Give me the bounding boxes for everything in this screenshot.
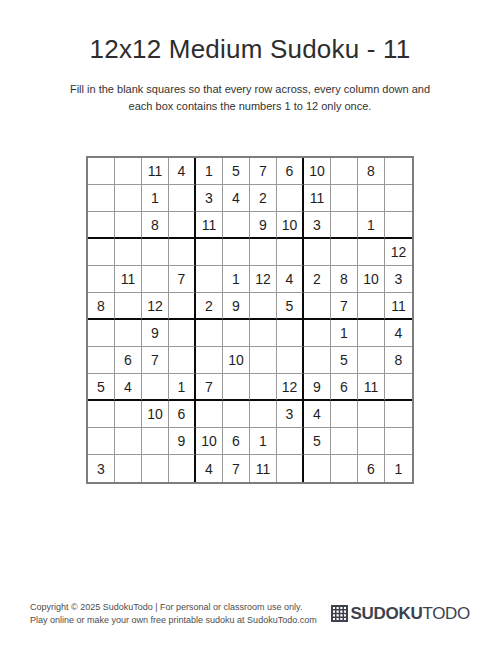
- cell-r1c11-given: 8: [358, 158, 385, 185]
- cell-r5c12-given: 3: [385, 266, 412, 293]
- worksheet-page: 12x12 Medium Sudoku - 11 Fill in the bla…: [0, 0, 500, 647]
- sudokutodo-logo: SUDOKUTODO: [331, 604, 470, 624]
- cell-r12c3-blank: [142, 455, 169, 482]
- cell-r8c11-blank: [358, 347, 385, 374]
- cell-r5c7-given: 12: [250, 266, 277, 293]
- cell-r7c8-blank: [277, 320, 304, 347]
- cell-r5c4-given: 7: [169, 266, 196, 293]
- copyright-line1: Copyright © 2025 SudokuTodo | For person…: [30, 601, 317, 614]
- cell-r11c10-blank: [331, 428, 358, 455]
- cell-r7c7-blank: [250, 320, 277, 347]
- cell-r3c9-given: 3: [304, 212, 331, 239]
- cell-r8c5-blank: [196, 347, 223, 374]
- cell-r9c4-given: 1: [169, 374, 196, 401]
- cell-r1c4-given: 4: [169, 158, 196, 185]
- cell-r1c2-blank: [115, 158, 142, 185]
- cell-r1c12-blank: [385, 158, 412, 185]
- logo-text-sudoku: SUDOKU: [351, 604, 423, 623]
- cell-r8c1-blank: [88, 347, 115, 374]
- cell-r12c10-blank: [331, 455, 358, 482]
- cell-r5c1-blank: [88, 266, 115, 293]
- cell-r3c5-given: 11: [196, 212, 223, 239]
- cell-r8c3-given: 7: [142, 347, 169, 374]
- cell-r5c11-given: 10: [358, 266, 385, 293]
- cell-r2c9-given: 11: [304, 185, 331, 212]
- cell-r7c3-given: 9: [142, 320, 169, 347]
- cell-r1c6-given: 5: [223, 158, 250, 185]
- cell-r4c2-blank: [115, 239, 142, 266]
- page-footer: Copyright © 2025 SudokuTodo | For person…: [30, 601, 470, 627]
- cell-r8c7-blank: [250, 347, 277, 374]
- cell-r12c1-given: 3: [88, 455, 115, 482]
- cell-r8c9-blank: [304, 347, 331, 374]
- cell-r10c4-given: 6: [169, 401, 196, 428]
- cell-r8c12-given: 8: [385, 347, 412, 374]
- cell-r4c9-blank: [304, 239, 331, 266]
- cell-r10c3-given: 10: [142, 401, 169, 428]
- cell-r2c6-given: 4: [223, 185, 250, 212]
- cell-r9c5-given: 7: [196, 374, 223, 401]
- cell-r2c5-given: 3: [196, 185, 223, 212]
- cell-r5c2-given: 11: [115, 266, 142, 293]
- sudoku-grid: 1141576108134211811910311211711242810381…: [86, 156, 414, 484]
- cell-r4c10-blank: [331, 239, 358, 266]
- cell-r2c10-blank: [331, 185, 358, 212]
- cell-r11c8-blank: [277, 428, 304, 455]
- cell-r3c1-blank: [88, 212, 115, 239]
- cell-r9c10-given: 6: [331, 374, 358, 401]
- cell-r10c10-blank: [331, 401, 358, 428]
- cell-r6c5-given: 2: [196, 293, 223, 320]
- cell-r6c1-given: 8: [88, 293, 115, 320]
- cell-r1c10-blank: [331, 158, 358, 185]
- cell-r4c1-blank: [88, 239, 115, 266]
- cell-r4c12-given: 12: [385, 239, 412, 266]
- cell-r11c5-given: 10: [196, 428, 223, 455]
- cell-r7c6-blank: [223, 320, 250, 347]
- cell-r5c9-given: 2: [304, 266, 331, 293]
- cell-r6c9-blank: [304, 293, 331, 320]
- cell-r1c5-given: 1: [196, 158, 223, 185]
- logo-text: SUDOKUTODO: [351, 604, 470, 624]
- cell-r9c7-blank: [250, 374, 277, 401]
- cell-r7c9-blank: [304, 320, 331, 347]
- cell-r9c2-given: 4: [115, 374, 142, 401]
- cell-r1c1-blank: [88, 158, 115, 185]
- cell-r2c7-given: 2: [250, 185, 277, 212]
- cell-r9c9-given: 9: [304, 374, 331, 401]
- page-title: 12x12 Medium Sudoku - 11: [0, 34, 500, 65]
- logo-text-todo: TODO: [422, 604, 470, 623]
- cell-r3c12-blank: [385, 212, 412, 239]
- cell-r2c8-blank: [277, 185, 304, 212]
- cell-r8c2-given: 6: [115, 347, 142, 374]
- instructions-text: Fill in the blank squares so that every …: [35, 81, 465, 115]
- cell-r6c6-given: 9: [223, 293, 250, 320]
- cell-r7c11-blank: [358, 320, 385, 347]
- cell-r11c1-blank: [88, 428, 115, 455]
- cell-r5c5-blank: [196, 266, 223, 293]
- cell-r6c12-given: 11: [385, 293, 412, 320]
- cell-r8c10-given: 5: [331, 347, 358, 374]
- cell-r8c4-blank: [169, 347, 196, 374]
- cell-r11c3-blank: [142, 428, 169, 455]
- cell-r7c10-given: 1: [331, 320, 358, 347]
- cell-r10c12-blank: [385, 401, 412, 428]
- cell-r2c11-blank: [358, 185, 385, 212]
- cell-r12c9-blank: [304, 455, 331, 482]
- cell-r4c11-blank: [358, 239, 385, 266]
- cell-r11c6-given: 6: [223, 428, 250, 455]
- cell-r6c4-blank: [169, 293, 196, 320]
- cell-r5c3-blank: [142, 266, 169, 293]
- cell-r12c2-blank: [115, 455, 142, 482]
- cell-r10c1-blank: [88, 401, 115, 428]
- cell-r10c11-blank: [358, 401, 385, 428]
- cell-r11c9-given: 5: [304, 428, 331, 455]
- cell-r6c2-blank: [115, 293, 142, 320]
- cell-r5c6-given: 1: [223, 266, 250, 293]
- cell-r12c4-blank: [169, 455, 196, 482]
- cell-r7c12-given: 4: [385, 320, 412, 347]
- cell-r9c8-given: 12: [277, 374, 304, 401]
- cell-r3c3-given: 8: [142, 212, 169, 239]
- cell-r10c5-blank: [196, 401, 223, 428]
- cell-r3c7-given: 9: [250, 212, 277, 239]
- cell-r4c7-blank: [250, 239, 277, 266]
- cell-r4c8-blank: [277, 239, 304, 266]
- cell-r12c11-given: 6: [358, 455, 385, 482]
- cell-r6c7-blank: [250, 293, 277, 320]
- cell-r11c11-blank: [358, 428, 385, 455]
- cell-r6c11-blank: [358, 293, 385, 320]
- cell-r11c4-given: 9: [169, 428, 196, 455]
- cell-r11c2-blank: [115, 428, 142, 455]
- cell-r1c3-given: 11: [142, 158, 169, 185]
- cell-r3c2-blank: [115, 212, 142, 239]
- cell-r12c7-given: 11: [250, 455, 277, 482]
- cell-r5c8-given: 4: [277, 266, 304, 293]
- cell-r12c5-given: 4: [196, 455, 223, 482]
- cell-r3c8-given: 10: [277, 212, 304, 239]
- cell-r1c7-given: 7: [250, 158, 277, 185]
- cell-r2c12-blank: [385, 185, 412, 212]
- cell-r10c9-given: 4: [304, 401, 331, 428]
- copyright-line2: Play online or make your own free printa…: [30, 614, 317, 627]
- cell-r7c2-blank: [115, 320, 142, 347]
- cell-r5c10-given: 8: [331, 266, 358, 293]
- cell-r2c1-blank: [88, 185, 115, 212]
- cell-r2c4-blank: [169, 185, 196, 212]
- cell-r12c12-given: 1: [385, 455, 412, 482]
- cell-r4c5-blank: [196, 239, 223, 266]
- cell-r9c6-blank: [223, 374, 250, 401]
- cell-r9c12-blank: [385, 374, 412, 401]
- cell-r9c1-given: 5: [88, 374, 115, 401]
- cell-r3c10-blank: [331, 212, 358, 239]
- cell-r10c8-given: 3: [277, 401, 304, 428]
- cell-r7c1-blank: [88, 320, 115, 347]
- cell-r9c11-given: 11: [358, 374, 385, 401]
- cell-r3c11-given: 1: [358, 212, 385, 239]
- cell-r10c6-blank: [223, 401, 250, 428]
- cell-r8c8-blank: [277, 347, 304, 374]
- cell-r8c6-given: 10: [223, 347, 250, 374]
- cell-r2c3-given: 1: [142, 185, 169, 212]
- copyright-block: Copyright © 2025 SudokuTodo | For person…: [30, 601, 317, 627]
- cell-r1c8-given: 6: [277, 158, 304, 185]
- cell-r7c5-blank: [196, 320, 223, 347]
- cell-r4c4-blank: [169, 239, 196, 266]
- cell-r11c7-given: 1: [250, 428, 277, 455]
- cell-r10c7-blank: [250, 401, 277, 428]
- cell-r3c6-blank: [223, 212, 250, 239]
- cell-r12c6-given: 7: [223, 455, 250, 482]
- cell-r6c8-given: 5: [277, 293, 304, 320]
- cell-r3c4-blank: [169, 212, 196, 239]
- cell-r11c12-blank: [385, 428, 412, 455]
- cell-r12c8-blank: [277, 455, 304, 482]
- cell-r7c4-blank: [169, 320, 196, 347]
- cell-r10c2-blank: [115, 401, 142, 428]
- cell-r4c3-blank: [142, 239, 169, 266]
- cell-r6c10-given: 7: [331, 293, 358, 320]
- cell-r9c3-blank: [142, 374, 169, 401]
- cell-r6c3-given: 12: [142, 293, 169, 320]
- cell-r2c2-blank: [115, 185, 142, 212]
- cell-r1c9-given: 10: [304, 158, 331, 185]
- grid-logo-icon: [331, 605, 348, 622]
- cell-r4c6-blank: [223, 239, 250, 266]
